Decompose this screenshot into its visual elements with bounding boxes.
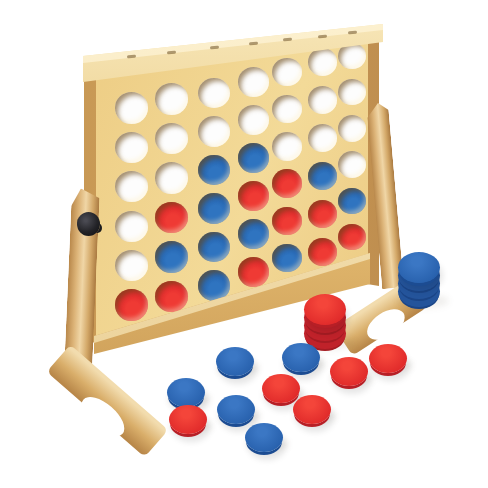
red-disc-8[interactable] [293, 395, 331, 424]
blue-disc-2[interactable] [282, 343, 320, 372]
red-disc-stack-1-layer-1[interactable] [304, 294, 346, 325]
red-disc-9[interactable] [169, 405, 207, 434]
blue-disc-7[interactable] [217, 395, 255, 424]
blue-disc-5[interactable] [167, 378, 205, 407]
connect-four-scene [0, 0, 488, 488]
blue-disc-1[interactable] [216, 347, 254, 376]
ground-pieces [0, 0, 488, 488]
blue-disc-stack-2-layer-1[interactable] [398, 252, 440, 283]
red-disc-3[interactable] [330, 357, 368, 386]
red-disc-6[interactable] [262, 374, 300, 403]
red-disc-4[interactable] [369, 344, 407, 373]
blue-disc-10[interactable] [245, 423, 283, 452]
